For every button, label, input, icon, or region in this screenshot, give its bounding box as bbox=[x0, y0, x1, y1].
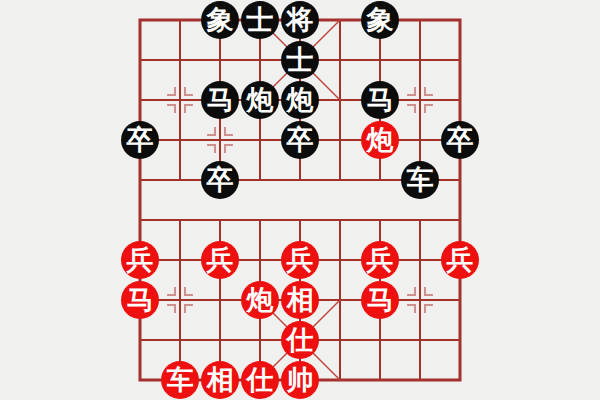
piece-red-soldier[interactable]: 兵 bbox=[281, 241, 319, 279]
piece-red-horse[interactable]: 马 bbox=[361, 281, 399, 319]
piece-black-cannon[interactable]: 炮 bbox=[241, 81, 279, 119]
piece-black-soldier[interactable]: 卒 bbox=[281, 121, 319, 159]
piece-black-elephant[interactable]: 象 bbox=[201, 1, 239, 39]
piece-red-horse[interactable]: 马 bbox=[121, 281, 159, 319]
piece-black-advisor[interactable]: 士 bbox=[241, 1, 279, 39]
piece-red-general[interactable]: 帅 bbox=[281, 361, 319, 399]
piece-red-advisor[interactable]: 仕 bbox=[281, 321, 319, 359]
piece-red-cannon[interactable]: 炮 bbox=[361, 121, 399, 159]
piece-layer: 象士将象士马炮炮马卒卒炮卒卒车兵兵兵兵兵马炮相马仕车相仕帅 bbox=[0, 0, 600, 400]
piece-red-soldier[interactable]: 兵 bbox=[201, 241, 239, 279]
piece-red-cannon[interactable]: 炮 bbox=[241, 281, 279, 319]
xiangqi-board: 象士将象士马炮炮马卒卒炮卒卒车兵兵兵兵兵马炮相马仕车相仕帅 bbox=[0, 0, 600, 400]
piece-black-soldier[interactable]: 卒 bbox=[121, 121, 159, 159]
piece-black-cannon[interactable]: 炮 bbox=[281, 81, 319, 119]
piece-black-soldier[interactable]: 卒 bbox=[201, 161, 239, 199]
piece-black-elephant[interactable]: 象 bbox=[361, 1, 399, 39]
piece-red-chariot[interactable]: 车 bbox=[161, 361, 199, 399]
piece-black-soldier[interactable]: 卒 bbox=[441, 121, 479, 159]
piece-red-elephant[interactable]: 相 bbox=[201, 361, 239, 399]
piece-black-chariot[interactable]: 车 bbox=[401, 161, 439, 199]
piece-red-soldier[interactable]: 兵 bbox=[441, 241, 479, 279]
piece-red-soldier[interactable]: 兵 bbox=[121, 241, 159, 279]
piece-black-horse[interactable]: 马 bbox=[361, 81, 399, 119]
piece-black-general[interactable]: 将 bbox=[281, 1, 319, 39]
piece-black-horse[interactable]: 马 bbox=[201, 81, 239, 119]
piece-red-advisor[interactable]: 仕 bbox=[241, 361, 279, 399]
piece-red-soldier[interactable]: 兵 bbox=[361, 241, 399, 279]
piece-red-elephant[interactable]: 相 bbox=[281, 281, 319, 319]
piece-black-advisor[interactable]: 士 bbox=[281, 41, 319, 79]
